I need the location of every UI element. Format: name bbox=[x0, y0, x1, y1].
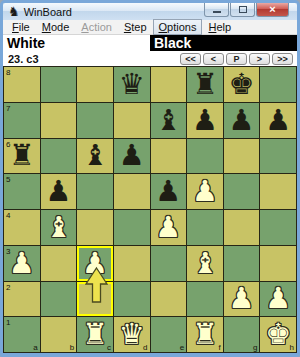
square-d3[interactable] bbox=[114, 246, 150, 281]
white-player-label: White bbox=[3, 35, 150, 51]
black-rook: ♜ bbox=[9, 141, 35, 170]
nav-pause-button[interactable]: P bbox=[226, 53, 247, 65]
square-e7[interactable]: ♝ bbox=[151, 103, 187, 138]
square-h4[interactable] bbox=[260, 210, 296, 245]
nav-forward-button[interactable]: > bbox=[249, 53, 270, 65]
nav-start-button[interactable]: << bbox=[180, 53, 201, 65]
square-e1[interactable]: e bbox=[151, 317, 187, 352]
white-pawn: ♟ bbox=[155, 213, 181, 242]
square-c2[interactable] bbox=[77, 282, 113, 317]
square-a2[interactable]: 2 bbox=[4, 282, 40, 317]
menu-mode[interactable]: Mode bbox=[36, 20, 76, 34]
title-bar[interactable]: ♞ WinBoard × bbox=[3, 3, 297, 20]
square-a1[interactable]: 1a bbox=[4, 317, 40, 352]
square-d8[interactable]: ♛ bbox=[114, 67, 150, 102]
black-pawn: ♟ bbox=[229, 106, 255, 135]
window-controls: × bbox=[203, 3, 289, 17]
file-label-f: f bbox=[219, 343, 221, 352]
square-d2[interactable] bbox=[114, 282, 150, 317]
black-rook: ♜ bbox=[192, 70, 218, 99]
maximize-button[interactable] bbox=[230, 3, 255, 17]
square-a3[interactable]: 3♟ bbox=[4, 246, 40, 281]
square-b6[interactable] bbox=[41, 139, 77, 174]
player-bar: White Black bbox=[3, 35, 297, 51]
white-bishop: ♝ bbox=[192, 249, 218, 278]
black-king: ♚ bbox=[229, 70, 255, 99]
black-bishop: ♝ bbox=[82, 141, 108, 170]
black-pawn: ♟ bbox=[119, 141, 145, 170]
nav-end-button[interactable]: >> bbox=[272, 53, 293, 65]
black-pawn: ♟ bbox=[155, 177, 181, 206]
menu-options[interactable]: Options bbox=[153, 19, 203, 35]
white-king: ♚ bbox=[265, 320, 291, 349]
minimize-button[interactable] bbox=[204, 3, 229, 17]
square-b2[interactable] bbox=[41, 282, 77, 317]
square-f3[interactable]: ♝ bbox=[187, 246, 223, 281]
nav-back-button[interactable]: < bbox=[203, 53, 224, 65]
square-g7[interactable]: ♟ bbox=[224, 103, 260, 138]
file-label-b: b bbox=[70, 343, 74, 352]
white-pawn: ♟ bbox=[192, 177, 218, 206]
white-queen: ♛ bbox=[119, 320, 145, 349]
square-b3[interactable] bbox=[41, 246, 77, 281]
rank-label-6: 6 bbox=[6, 140, 10, 149]
window-title: WinBoard bbox=[24, 6, 72, 18]
white-rook: ♜ bbox=[192, 320, 218, 349]
maximize-icon bbox=[239, 6, 247, 13]
white-pawn: ♟ bbox=[9, 249, 35, 278]
square-h3[interactable] bbox=[260, 246, 296, 281]
menu-action: Action bbox=[75, 20, 118, 34]
menu-help[interactable]: Help bbox=[202, 20, 237, 34]
square-b4[interactable]: ♝ bbox=[41, 210, 77, 245]
square-f4[interactable] bbox=[187, 210, 223, 245]
menu-bar: FileModeActionStepOptionsHelp bbox=[3, 20, 297, 35]
square-c5[interactable] bbox=[77, 174, 113, 209]
square-a7[interactable]: 7 bbox=[4, 103, 40, 138]
square-g6[interactable] bbox=[224, 139, 260, 174]
square-d6[interactable]: ♟ bbox=[114, 139, 150, 174]
square-c4[interactable] bbox=[77, 210, 113, 245]
square-a5[interactable]: 5 bbox=[4, 174, 40, 209]
square-h6[interactable] bbox=[260, 139, 296, 174]
white-bishop: ♝ bbox=[45, 213, 71, 242]
square-g3[interactable] bbox=[224, 246, 260, 281]
square-c8[interactable] bbox=[77, 67, 113, 102]
square-a8[interactable]: 8 bbox=[4, 67, 40, 102]
square-c1[interactable]: c♜ bbox=[77, 317, 113, 352]
rank-label-2: 2 bbox=[6, 283, 10, 292]
square-h2[interactable]: ♟ bbox=[260, 282, 296, 317]
square-e8[interactable] bbox=[151, 67, 187, 102]
square-b7[interactable] bbox=[41, 103, 77, 138]
square-g4[interactable] bbox=[224, 210, 260, 245]
square-g8[interactable]: ♚ bbox=[224, 67, 260, 102]
rank-label-4: 4 bbox=[6, 211, 10, 220]
square-f7[interactable]: ♟ bbox=[187, 103, 223, 138]
black-player-label: Black bbox=[150, 35, 297, 51]
square-e5[interactable]: ♟ bbox=[151, 174, 187, 209]
square-f2[interactable] bbox=[187, 282, 223, 317]
black-pawn: ♟ bbox=[192, 106, 218, 135]
square-g5[interactable] bbox=[224, 174, 260, 209]
black-bishop: ♝ bbox=[155, 106, 181, 135]
square-e3[interactable] bbox=[151, 246, 187, 281]
square-c3[interactable]: ♟ bbox=[77, 246, 113, 281]
minimize-icon bbox=[213, 11, 221, 13]
square-f1[interactable]: f♜ bbox=[187, 317, 223, 352]
close-icon: × bbox=[269, 4, 275, 15]
knight-app-icon: ♞ bbox=[8, 5, 20, 18]
last-move-text: 23. c3 bbox=[8, 53, 39, 65]
square-h7[interactable]: ♟ bbox=[260, 103, 296, 138]
menu-step[interactable]: Step bbox=[118, 20, 153, 34]
white-pawn: ♟ bbox=[265, 284, 291, 313]
file-label-a: a bbox=[33, 343, 37, 352]
square-b1[interactable]: b bbox=[41, 317, 77, 352]
square-d4[interactable] bbox=[114, 210, 150, 245]
square-a6[interactable]: 6♜ bbox=[4, 139, 40, 174]
square-f6[interactable] bbox=[187, 139, 223, 174]
square-d5[interactable] bbox=[114, 174, 150, 209]
square-a4[interactable]: 4 bbox=[4, 210, 40, 245]
file-label-h: h bbox=[290, 343, 294, 352]
white-pawn: ♟ bbox=[82, 249, 108, 278]
rank-label-5: 5 bbox=[6, 175, 10, 184]
square-d7[interactable] bbox=[114, 103, 150, 138]
square-h5[interactable] bbox=[260, 174, 296, 209]
square-e6[interactable] bbox=[151, 139, 187, 174]
file-label-e: e bbox=[180, 343, 184, 352]
square-g1[interactable]: g bbox=[224, 317, 260, 352]
square-h1[interactable]: h♚ bbox=[260, 317, 296, 352]
square-c7[interactable] bbox=[77, 103, 113, 138]
square-e4[interactable]: ♟ bbox=[151, 210, 187, 245]
winboard-window: ♞ WinBoard × FileModeActionStepOptionsHe… bbox=[0, 0, 300, 357]
close-button[interactable]: × bbox=[256, 3, 289, 17]
chess-board: 8♛♜♚7♝♟♟♟6♜♝♟5♟♟♟4♝♟3♟♟♝2♟♟1abc♜d♛ef♜gh♚ bbox=[3, 66, 297, 353]
square-g2[interactable]: ♟ bbox=[224, 282, 260, 317]
black-queen: ♛ bbox=[119, 70, 145, 99]
nav-button-row: <<<P>>> bbox=[180, 53, 293, 65]
white-pawn: ♟ bbox=[229, 284, 255, 313]
square-d1[interactable]: d♛ bbox=[114, 317, 150, 352]
message-bar: 23. c3 <<<P>>> bbox=[3, 51, 297, 66]
file-label-d: d bbox=[143, 343, 147, 352]
square-h8[interactable] bbox=[260, 67, 296, 102]
black-pawn: ♟ bbox=[45, 177, 71, 206]
black-pawn: ♟ bbox=[265, 106, 291, 135]
square-e2[interactable] bbox=[151, 282, 187, 317]
rank-label-8: 8 bbox=[6, 68, 10, 77]
file-label-g: g bbox=[253, 343, 257, 352]
rank-label-7: 7 bbox=[6, 104, 10, 113]
square-f8[interactable]: ♜ bbox=[187, 67, 223, 102]
file-label-c: c bbox=[107, 343, 111, 352]
white-rook: ♜ bbox=[82, 320, 108, 349]
square-b5[interactable]: ♟ bbox=[41, 174, 77, 209]
square-c6[interactable]: ♝ bbox=[77, 139, 113, 174]
square-f5[interactable]: ♟ bbox=[187, 174, 223, 209]
rank-label-3: 3 bbox=[6, 247, 10, 256]
rank-label-1: 1 bbox=[6, 318, 10, 327]
square-b8[interactable] bbox=[41, 67, 77, 102]
menu-file[interactable]: File bbox=[6, 20, 36, 34]
